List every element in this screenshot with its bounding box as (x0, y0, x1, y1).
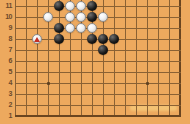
grid-line-vertical (114, 0, 115, 117)
stone-black[interactable] (87, 1, 98, 12)
stone-white[interactable] (76, 23, 87, 34)
row-label-1: 1 (0, 112, 12, 120)
row-label-10: 10 (0, 13, 12, 21)
stone-black[interactable] (87, 34, 98, 45)
stone-white[interactable] (43, 12, 54, 23)
stone-black[interactable] (109, 34, 120, 45)
stone-white[interactable] (87, 23, 98, 34)
star-point (47, 82, 50, 85)
stone-white[interactable] (65, 12, 76, 23)
star-point (146, 82, 149, 85)
grid-line-vertical (169, 0, 170, 117)
stone-white-marked[interactable] (32, 34, 43, 45)
board-bottom-edge-line (15, 115, 181, 117)
grid-line-horizontal (15, 6, 181, 7)
stone-black[interactable] (54, 34, 65, 45)
stone-black[interactable] (87, 12, 98, 23)
stone-black[interactable] (54, 23, 65, 34)
grid-line-vertical (136, 0, 137, 117)
stone-white[interactable] (76, 12, 87, 23)
grid-line-horizontal (15, 28, 181, 29)
grid-line-vertical (37, 0, 38, 117)
row-label-2: 2 (0, 101, 12, 109)
stone-white[interactable] (98, 12, 109, 23)
grid-line-vertical (158, 0, 159, 117)
watermark-smudge (130, 105, 177, 111)
grid-line-horizontal (15, 94, 181, 95)
row-label-11: 11 (0, 2, 12, 10)
grid-line-horizontal (15, 72, 181, 73)
row-label-5: 5 (0, 68, 12, 76)
row-label-3: 3 (0, 90, 12, 98)
grid-line-horizontal (15, 105, 181, 106)
grid-line-vertical (59, 0, 60, 117)
row-label-7: 7 (0, 46, 12, 54)
grid-line-vertical (26, 0, 27, 117)
stone-black[interactable] (54, 1, 65, 12)
triangle-marker-icon (34, 37, 40, 42)
stone-black[interactable] (98, 34, 109, 45)
row-label-6: 6 (0, 57, 12, 65)
grid-line-horizontal (15, 83, 181, 84)
grid-line-vertical (125, 0, 126, 117)
stone-black[interactable] (98, 45, 109, 56)
board-right-edge-line (179, 0, 181, 117)
row-label-8: 8 (0, 35, 12, 43)
grid-line-horizontal (15, 61, 181, 62)
stone-white[interactable] (65, 1, 76, 12)
go-board-diagram: 1110987654321 (0, 0, 190, 124)
stone-white[interactable] (65, 23, 76, 34)
grid-line-vertical (147, 0, 148, 117)
stone-white[interactable] (76, 1, 87, 12)
row-label-9: 9 (0, 24, 12, 32)
grid-line-vertical (15, 0, 16, 117)
row-label-4: 4 (0, 79, 12, 87)
